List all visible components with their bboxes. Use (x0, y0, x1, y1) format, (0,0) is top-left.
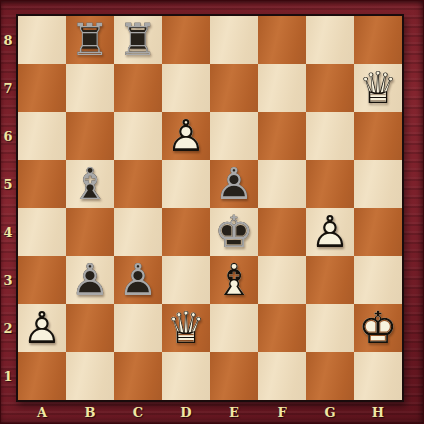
square-f1[interactable] (258, 352, 306, 400)
black-rook-outline: ♖ (114, 16, 162, 64)
white-pawn[interactable]: ♟♙ (18, 304, 66, 352)
white-pawn-outline: ♙ (162, 112, 210, 160)
chess-board: ♜♖♜♖♛♕♟♙♝♗♟♙♚♔♟♙♟♙♟♙♝♗♟♙♛♕♚♔ (18, 16, 402, 400)
rank-label-8: 8 (0, 16, 16, 64)
white-pawn-outline: ♙ (18, 304, 66, 352)
file-label-g: G (306, 402, 354, 422)
rank-label-3: 3 (0, 256, 16, 304)
file-label-b: B (66, 402, 114, 422)
white-queen[interactable]: ♛♕ (162, 304, 210, 352)
black-pawn-outline: ♙ (66, 256, 114, 304)
square-f8[interactable] (258, 16, 306, 64)
square-e6[interactable] (210, 112, 258, 160)
white-king[interactable]: ♚♔ (354, 304, 402, 352)
square-a1[interactable] (18, 352, 66, 400)
file-label-e: E (210, 402, 258, 422)
square-e1[interactable] (210, 352, 258, 400)
square-a7[interactable] (18, 64, 66, 112)
white-pawn[interactable]: ♟♙ (306, 208, 354, 256)
square-d2[interactable]: ♛♕ (162, 304, 210, 352)
file-label-a: A (18, 402, 66, 422)
square-h4[interactable] (354, 208, 402, 256)
square-b8[interactable]: ♜♖ (66, 16, 114, 64)
black-pawn[interactable]: ♟♙ (210, 160, 258, 208)
square-e5[interactable]: ♟♙ (210, 160, 258, 208)
square-f7[interactable] (258, 64, 306, 112)
square-c5[interactable] (114, 160, 162, 208)
black-pawn-outline: ♙ (114, 256, 162, 304)
square-d3[interactable] (162, 256, 210, 304)
file-label-d: D (162, 402, 210, 422)
square-f5[interactable] (258, 160, 306, 208)
square-f3[interactable] (258, 256, 306, 304)
square-c7[interactable] (114, 64, 162, 112)
square-g3[interactable] (306, 256, 354, 304)
file-label-h: H (354, 402, 402, 422)
white-bishop[interactable]: ♝♗ (210, 256, 258, 304)
black-king[interactable]: ♚♔ (210, 208, 258, 256)
square-a3[interactable] (18, 256, 66, 304)
square-g8[interactable] (306, 16, 354, 64)
square-b2[interactable] (66, 304, 114, 352)
square-e4[interactable]: ♚♔ (210, 208, 258, 256)
rank-labels: 87654321 (0, 16, 16, 400)
black-pawn[interactable]: ♟♙ (66, 256, 114, 304)
square-h1[interactable] (354, 352, 402, 400)
rank-label-2: 2 (0, 304, 16, 352)
white-king-outline: ♔ (354, 304, 402, 352)
square-e2[interactable] (210, 304, 258, 352)
square-d5[interactable] (162, 160, 210, 208)
rank-label-4: 4 (0, 208, 16, 256)
black-rook[interactable]: ♜♖ (66, 16, 114, 64)
square-d8[interactable] (162, 16, 210, 64)
square-c3[interactable]: ♟♙ (114, 256, 162, 304)
black-pawn-outline: ♙ (210, 160, 258, 208)
black-king-outline: ♔ (210, 208, 258, 256)
white-bishop-outline: ♗ (210, 256, 258, 304)
file-label-c: C (114, 402, 162, 422)
wood-frame: 87654321 ♜♖♜♖♛♕♟♙♝♗♟♙♚♔♟♙♟♙♟♙♝♗♟♙♛♕♚♔ AB… (0, 0, 424, 424)
square-c4[interactable] (114, 208, 162, 256)
board-box: ♜♖♜♖♛♕♟♙♝♗♟♙♚♔♟♙♟♙♟♙♝♗♟♙♛♕♚♔ (16, 14, 404, 402)
square-f2[interactable] (258, 304, 306, 352)
square-b1[interactable] (66, 352, 114, 400)
square-h8[interactable] (354, 16, 402, 64)
white-queen-outline: ♕ (354, 64, 402, 112)
square-b7[interactable] (66, 64, 114, 112)
square-b3[interactable]: ♟♙ (66, 256, 114, 304)
square-b4[interactable] (66, 208, 114, 256)
square-a4[interactable] (18, 208, 66, 256)
square-c2[interactable] (114, 304, 162, 352)
square-h6[interactable] (354, 112, 402, 160)
square-d7[interactable] (162, 64, 210, 112)
square-g6[interactable] (306, 112, 354, 160)
square-b6[interactable] (66, 112, 114, 160)
square-h5[interactable] (354, 160, 402, 208)
square-a5[interactable] (18, 160, 66, 208)
square-e3[interactable]: ♝♗ (210, 256, 258, 304)
white-pawn-outline: ♙ (306, 208, 354, 256)
square-e7[interactable] (210, 64, 258, 112)
black-rook-outline: ♖ (66, 16, 114, 64)
square-c1[interactable] (114, 352, 162, 400)
file-labels: ABCDEFGH (18, 402, 402, 422)
square-f4[interactable] (258, 208, 306, 256)
square-g4[interactable]: ♟♙ (306, 208, 354, 256)
black-bishop[interactable]: ♝♗ (66, 160, 114, 208)
square-h3[interactable] (354, 256, 402, 304)
rank-label-6: 6 (0, 112, 16, 160)
white-pawn[interactable]: ♟♙ (162, 112, 210, 160)
file-label-f: F (258, 402, 306, 422)
square-e8[interactable] (210, 16, 258, 64)
rank-label-7: 7 (0, 64, 16, 112)
square-h2[interactable]: ♚♔ (354, 304, 402, 352)
square-g1[interactable] (306, 352, 354, 400)
square-a6[interactable] (18, 112, 66, 160)
square-g5[interactable] (306, 160, 354, 208)
black-bishop-outline: ♗ (66, 160, 114, 208)
square-g2[interactable] (306, 304, 354, 352)
square-b5[interactable]: ♝♗ (66, 160, 114, 208)
square-g7[interactable] (306, 64, 354, 112)
square-f6[interactable] (258, 112, 306, 160)
white-queen[interactable]: ♛♕ (354, 64, 402, 112)
square-h7[interactable]: ♛♕ (354, 64, 402, 112)
white-queen-outline: ♕ (162, 304, 210, 352)
rank-label-1: 1 (0, 352, 16, 400)
square-d4[interactable] (162, 208, 210, 256)
square-c6[interactable] (114, 112, 162, 160)
black-pawn[interactable]: ♟♙ (114, 256, 162, 304)
square-d6[interactable]: ♟♙ (162, 112, 210, 160)
square-a2[interactable]: ♟♙ (18, 304, 66, 352)
black-rook[interactable]: ♜♖ (114, 16, 162, 64)
square-d1[interactable] (162, 352, 210, 400)
square-a8[interactable] (18, 16, 66, 64)
rank-label-5: 5 (0, 160, 16, 208)
square-c8[interactable]: ♜♖ (114, 16, 162, 64)
